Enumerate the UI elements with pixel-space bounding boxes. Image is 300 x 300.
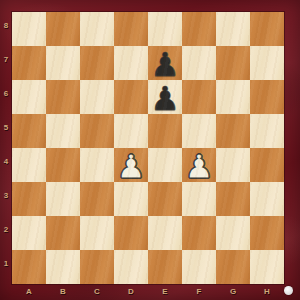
file-label-f: F [182, 287, 216, 297]
square-b1[interactable] [46, 250, 80, 284]
rank-label-6: 6 [0, 89, 12, 99]
square-a4[interactable] [12, 148, 46, 182]
square-c7[interactable] [80, 46, 114, 80]
rank-label-5: 5 [0, 123, 12, 133]
square-f8[interactable] [182, 12, 216, 46]
square-a7[interactable] [12, 46, 46, 80]
file-label-b: B [46, 287, 80, 297]
square-a5[interactable] [12, 114, 46, 148]
rank-label-3: 3 [0, 191, 12, 201]
square-h5[interactable] [250, 114, 284, 148]
square-b6[interactable] [46, 80, 80, 114]
square-f2[interactable] [182, 216, 216, 250]
square-c6[interactable] [80, 80, 114, 114]
square-g8[interactable] [216, 12, 250, 46]
square-h7[interactable] [250, 46, 284, 80]
rank-label-4: 4 [0, 157, 12, 167]
square-e5[interactable] [148, 114, 182, 148]
file-label-c: C [80, 287, 114, 297]
square-d8[interactable] [114, 12, 148, 46]
square-d7[interactable] [114, 46, 148, 80]
square-e2[interactable] [148, 216, 182, 250]
square-f7[interactable] [182, 46, 216, 80]
square-c3[interactable] [80, 182, 114, 216]
square-c8[interactable] [80, 12, 114, 46]
square-h4[interactable] [250, 148, 284, 182]
square-b7[interactable] [46, 46, 80, 80]
square-e1[interactable] [148, 250, 182, 284]
square-c5[interactable] [80, 114, 114, 148]
square-d1[interactable] [114, 250, 148, 284]
square-h6[interactable] [250, 80, 284, 114]
square-c1[interactable] [80, 250, 114, 284]
square-b8[interactable] [46, 12, 80, 46]
square-f5[interactable] [182, 114, 216, 148]
file-label-a: A [12, 287, 46, 297]
black-pawn[interactable]: ♟ [150, 80, 180, 115]
corner-dot [284, 286, 293, 295]
square-g6[interactable] [216, 80, 250, 114]
square-a1[interactable] [12, 250, 46, 284]
square-g2[interactable] [216, 216, 250, 250]
square-c4[interactable] [80, 148, 114, 182]
square-b4[interactable] [46, 148, 80, 182]
square-f4[interactable]: ♟ [182, 148, 216, 182]
square-e4[interactable] [148, 148, 182, 182]
white-pawn[interactable]: ♟ [184, 148, 214, 183]
white-pawn[interactable]: ♟ [116, 148, 146, 183]
square-b2[interactable] [46, 216, 80, 250]
square-d6[interactable] [114, 80, 148, 114]
chess-board-frame: ♟♟♟♟ 87654321 ABCDEFGH [0, 0, 300, 300]
square-e8[interactable] [148, 12, 182, 46]
square-a6[interactable] [12, 80, 46, 114]
chess-board: ♟♟♟♟ [12, 12, 284, 284]
square-g5[interactable] [216, 114, 250, 148]
file-label-h: H [250, 287, 284, 297]
square-d2[interactable] [114, 216, 148, 250]
rank-label-2: 2 [0, 225, 12, 235]
file-label-e: E [148, 287, 182, 297]
rank-label-7: 7 [0, 55, 12, 65]
square-d5[interactable] [114, 114, 148, 148]
square-b5[interactable] [46, 114, 80, 148]
square-e6[interactable]: ♟ [148, 80, 182, 114]
square-h8[interactable] [250, 12, 284, 46]
square-h1[interactable] [250, 250, 284, 284]
black-pawn[interactable]: ♟ [150, 46, 180, 81]
square-a8[interactable] [12, 12, 46, 46]
square-g3[interactable] [216, 182, 250, 216]
square-f3[interactable] [182, 182, 216, 216]
square-a3[interactable] [12, 182, 46, 216]
square-f1[interactable] [182, 250, 216, 284]
rank-label-8: 8 [0, 21, 12, 31]
square-g4[interactable] [216, 148, 250, 182]
file-label-g: G [216, 287, 250, 297]
square-e7[interactable]: ♟ [148, 46, 182, 80]
square-h3[interactable] [250, 182, 284, 216]
square-d3[interactable] [114, 182, 148, 216]
square-b3[interactable] [46, 182, 80, 216]
square-a2[interactable] [12, 216, 46, 250]
square-f6[interactable] [182, 80, 216, 114]
square-h2[interactable] [250, 216, 284, 250]
rank-label-1: 1 [0, 259, 12, 269]
square-g1[interactable] [216, 250, 250, 284]
square-c2[interactable] [80, 216, 114, 250]
square-e3[interactable] [148, 182, 182, 216]
file-label-d: D [114, 287, 148, 297]
square-g7[interactable] [216, 46, 250, 80]
square-d4[interactable]: ♟ [114, 148, 148, 182]
